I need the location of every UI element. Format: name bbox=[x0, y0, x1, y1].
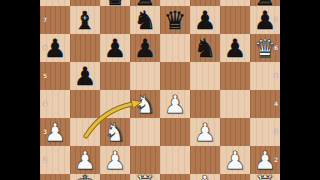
square-b1: ♚ bbox=[70, 174, 100, 180]
video-frame: ♚♜♜♝♞♛♟♟♟♟♟♞♟♛♟♞♟♟♞♟♟♟♟♟♚♜♝♜ 11223344556… bbox=[0, 0, 320, 180]
square-e7: ♛ bbox=[160, 6, 190, 34]
rank-label-right-5: 5 bbox=[274, 73, 278, 79]
square-c5 bbox=[100, 62, 130, 90]
square-c3: ♞ bbox=[100, 118, 130, 146]
square-e4: ♟ bbox=[160, 90, 190, 118]
square-b5: ♟ bbox=[70, 62, 100, 90]
white-pawn-g2: ♟ bbox=[220, 147, 250, 175]
black-pawn-c6: ♟ bbox=[100, 35, 130, 63]
letterbox-left bbox=[0, 0, 40, 180]
white-knight-c3: ♞ bbox=[100, 119, 130, 147]
square-e2 bbox=[160, 146, 190, 174]
square-h1: ♜ bbox=[250, 174, 280, 180]
white-knight-d4: ♞ bbox=[130, 91, 160, 119]
black-pawn-b5: ♟ bbox=[70, 63, 100, 91]
black-pawn-g6: ♟ bbox=[220, 35, 250, 63]
rank-label-right-7: 7 bbox=[274, 17, 278, 23]
white-pawn-c2: ♟ bbox=[100, 147, 130, 175]
letterbox-right bbox=[280, 0, 320, 180]
black-bishop-b7: ♝ bbox=[70, 7, 100, 35]
rank-label-left-2: 2 bbox=[43, 157, 47, 163]
board-viewport: ♚♜♜♝♞♛♟♟♟♟♟♞♟♛♟♞♟♟♞♟♟♟♟♟♚♜♝♜ bbox=[40, 0, 280, 180]
square-b4 bbox=[70, 90, 100, 118]
square-b7: ♝ bbox=[70, 6, 100, 34]
square-a1 bbox=[40, 174, 70, 180]
rank-label-left-4: 4 bbox=[43, 101, 47, 107]
square-b3 bbox=[70, 118, 100, 146]
white-pawn-e4: ♟ bbox=[160, 91, 190, 119]
square-d1: ♜ bbox=[130, 174, 160, 180]
square-f3: ♟ bbox=[190, 118, 220, 146]
square-g6: ♟ bbox=[220, 34, 250, 62]
square-g3 bbox=[220, 118, 250, 146]
square-d7: ♞ bbox=[130, 6, 160, 34]
square-e3 bbox=[160, 118, 190, 146]
white-bishop-f1: ♝ bbox=[190, 171, 220, 180]
square-g7 bbox=[220, 6, 250, 34]
square-c7 bbox=[100, 6, 130, 34]
square-e1 bbox=[160, 174, 190, 180]
square-d3 bbox=[130, 118, 160, 146]
square-c6: ♟ bbox=[100, 34, 130, 62]
square-b6 bbox=[70, 34, 100, 62]
square-c4 bbox=[100, 90, 130, 118]
black-pawn-f7: ♟ bbox=[190, 7, 220, 35]
rank-label-right-2: 2 bbox=[274, 157, 278, 163]
square-d6: ♟ bbox=[130, 34, 160, 62]
square-c1 bbox=[100, 174, 130, 180]
square-f5 bbox=[190, 62, 220, 90]
rank-label-left-5: 5 bbox=[43, 73, 47, 79]
black-pawn-d6: ♟ bbox=[130, 35, 160, 63]
rank-label-right-3: 3 bbox=[274, 129, 278, 135]
square-g2: ♟ bbox=[220, 146, 250, 174]
rank-label-right-4: 4 bbox=[274, 101, 278, 107]
black-queen-e7: ♛ bbox=[160, 7, 190, 35]
square-f6: ♞ bbox=[190, 34, 220, 62]
rank-label-right-6: 6 bbox=[274, 45, 278, 51]
square-g1 bbox=[220, 174, 250, 180]
white-king-b1: ♚ bbox=[70, 171, 100, 180]
square-d4: ♞ bbox=[130, 90, 160, 118]
square-f7: ♟ bbox=[190, 6, 220, 34]
square-f4 bbox=[190, 90, 220, 118]
rank-label-left-6: 6 bbox=[43, 45, 47, 51]
square-c2: ♟ bbox=[100, 146, 130, 174]
square-g5 bbox=[220, 62, 250, 90]
square-g4 bbox=[220, 90, 250, 118]
square-e5 bbox=[160, 62, 190, 90]
rank-label-left-3: 3 bbox=[43, 129, 47, 135]
rank-label-left-7: 7 bbox=[43, 17, 47, 23]
black-knight-d7: ♞ bbox=[130, 7, 160, 35]
black-knight-f6: ♞ bbox=[190, 35, 220, 63]
square-f1: ♝ bbox=[190, 174, 220, 180]
white-rook-h1: ♜ bbox=[250, 171, 280, 180]
square-e6 bbox=[160, 34, 190, 62]
chess-board: ♚♜♜♝♞♛♟♟♟♟♟♞♟♛♟♞♟♟♞♟♟♟♟♟♚♜♝♜ bbox=[40, 0, 280, 180]
square-d5 bbox=[130, 62, 160, 90]
white-rook-d1: ♜ bbox=[130, 171, 160, 180]
white-pawn-f3: ♟ bbox=[190, 119, 220, 147]
